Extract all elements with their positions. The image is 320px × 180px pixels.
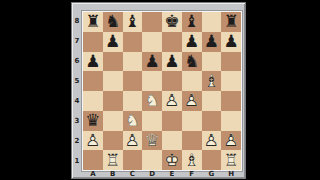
rank-labels: 87654321	[72, 11, 82, 171]
square-c2[interactable]: ♙	[123, 131, 143, 151]
square-g7[interactable]: ♟	[202, 32, 222, 52]
square-g1[interactable]	[202, 150, 222, 170]
piece-white-king: ♔	[162, 150, 182, 170]
square-d5[interactable]	[142, 71, 162, 91]
square-d2[interactable]: ♕	[142, 131, 162, 151]
square-f6[interactable]: ♞	[182, 52, 202, 72]
piece-black-pawn: ♟	[103, 32, 123, 52]
square-d1[interactable]	[142, 150, 162, 170]
file-label-b: B	[103, 170, 123, 179]
square-g2[interactable]: ♙	[202, 131, 222, 151]
piece-black-pawn: ♟	[142, 52, 162, 72]
file-label-c: C	[123, 170, 143, 179]
square-e4[interactable]: ♙	[162, 91, 182, 111]
square-h8[interactable]: ♜	[221, 12, 241, 32]
square-b2[interactable]	[103, 131, 123, 151]
piece-black-bishop: ♝	[123, 12, 143, 32]
chess-board-widget: 87654321 ♜♞♝♚♝♜♟♟♟♟♟♟♟♞♗♘♙♙♛♘♙♙♕♙♙♖♔♗♖ A…	[71, 2, 246, 179]
piece-black-pawn: ♟	[83, 52, 103, 72]
square-b7[interactable]: ♟	[103, 32, 123, 52]
square-d3[interactable]	[142, 111, 162, 131]
piece-black-pawn: ♟	[202, 32, 222, 52]
piece-white-knight: ♘	[142, 91, 162, 111]
piece-white-queen: ♕	[142, 131, 162, 151]
piece-black-pawn: ♟	[162, 52, 182, 72]
square-g6[interactable]	[202, 52, 222, 72]
square-h3[interactable]	[221, 111, 241, 131]
square-e2[interactable]	[162, 131, 182, 151]
rank-label-7: 7	[72, 31, 82, 51]
square-b4[interactable]	[103, 91, 123, 111]
file-label-a: A	[83, 170, 103, 179]
piece-white-rook: ♖	[103, 150, 123, 170]
square-g5[interactable]: ♗	[202, 71, 222, 91]
square-g3[interactable]	[202, 111, 222, 131]
piece-black-king: ♚	[162, 12, 182, 32]
piece-white-bishop: ♗	[202, 71, 222, 91]
square-a5[interactable]	[83, 71, 103, 91]
square-b1[interactable]: ♖	[103, 150, 123, 170]
piece-white-pawn: ♙	[123, 131, 143, 151]
chess-board: ♜♞♝♚♝♜♟♟♟♟♟♟♟♞♗♘♙♙♛♘♙♙♕♙♙♖♔♗♖	[82, 11, 242, 171]
piece-black-pawn: ♟	[182, 32, 202, 52]
square-e1[interactable]: ♔	[162, 150, 182, 170]
square-c6[interactable]	[123, 52, 143, 72]
square-h7[interactable]: ♟	[221, 32, 241, 52]
square-e3[interactable]	[162, 111, 182, 131]
piece-white-pawn: ♙	[182, 91, 202, 111]
square-d8[interactable]	[142, 12, 162, 32]
square-b8[interactable]: ♞	[103, 12, 123, 32]
rank-label-1: 1	[72, 151, 82, 171]
square-f7[interactable]: ♟	[182, 32, 202, 52]
rank-label-5: 5	[72, 71, 82, 91]
square-a4[interactable]	[83, 91, 103, 111]
file-label-g: G	[202, 170, 222, 179]
square-a3[interactable]: ♛	[83, 111, 103, 131]
file-label-f: F	[182, 170, 202, 179]
square-g4[interactable]	[202, 91, 222, 111]
square-b3[interactable]	[103, 111, 123, 131]
square-h4[interactable]	[221, 91, 241, 111]
square-h6[interactable]	[221, 52, 241, 72]
square-c4[interactable]	[123, 91, 143, 111]
square-a1[interactable]	[83, 150, 103, 170]
square-h1[interactable]: ♖	[221, 150, 241, 170]
square-c3[interactable]: ♘	[123, 111, 143, 131]
rank-label-8: 8	[72, 11, 82, 31]
piece-black-rook: ♜	[221, 12, 241, 32]
piece-black-pawn: ♟	[221, 32, 241, 52]
rank-label-6: 6	[72, 51, 82, 71]
file-label-h: H	[221, 170, 241, 179]
square-a6[interactable]: ♟	[83, 52, 103, 72]
piece-white-pawn: ♙	[221, 131, 241, 151]
square-f5[interactable]	[182, 71, 202, 91]
file-label-e: E	[162, 170, 182, 179]
file-labels: ABCDEFGH	[83, 170, 241, 179]
piece-white-pawn: ♙	[162, 91, 182, 111]
square-c1[interactable]	[123, 150, 143, 170]
piece-black-bishop: ♝	[182, 12, 202, 32]
square-c7[interactable]	[123, 32, 143, 52]
piece-white-rook: ♖	[221, 150, 241, 170]
piece-white-pawn: ♙	[83, 131, 103, 151]
square-b5[interactable]	[103, 71, 123, 91]
square-d4[interactable]: ♘	[142, 91, 162, 111]
square-e7[interactable]	[162, 32, 182, 52]
rank-label-4: 4	[72, 91, 82, 111]
piece-white-bishop: ♗	[182, 150, 202, 170]
square-a8[interactable]: ♜	[83, 12, 103, 32]
rank-label-3: 3	[72, 111, 82, 131]
piece-white-knight: ♘	[123, 111, 143, 131]
square-c5[interactable]	[123, 71, 143, 91]
piece-black-queen: ♛	[83, 111, 103, 131]
square-f4[interactable]: ♙	[182, 91, 202, 111]
square-c8[interactable]: ♝	[123, 12, 143, 32]
rank-label-2: 2	[72, 131, 82, 151]
square-d6[interactable]: ♟	[142, 52, 162, 72]
square-f1[interactable]: ♗	[182, 150, 202, 170]
square-g8[interactable]	[202, 12, 222, 32]
piece-black-knight: ♞	[103, 12, 123, 32]
square-e6[interactable]: ♟	[162, 52, 182, 72]
square-e5[interactable]	[162, 71, 182, 91]
piece-white-pawn: ♙	[202, 131, 222, 151]
square-f2[interactable]	[182, 131, 202, 151]
piece-black-knight: ♞	[182, 52, 202, 72]
square-d7[interactable]	[142, 32, 162, 52]
square-h2[interactable]: ♙	[221, 131, 241, 151]
file-label-d: D	[142, 170, 162, 179]
square-f3[interactable]	[182, 111, 202, 131]
square-e8[interactable]: ♚	[162, 12, 182, 32]
square-f8[interactable]: ♝	[182, 12, 202, 32]
square-b6[interactable]	[103, 52, 123, 72]
piece-black-rook: ♜	[83, 12, 103, 32]
square-a7[interactable]	[83, 32, 103, 52]
square-h5[interactable]	[221, 71, 241, 91]
square-a2[interactable]: ♙	[83, 131, 103, 151]
